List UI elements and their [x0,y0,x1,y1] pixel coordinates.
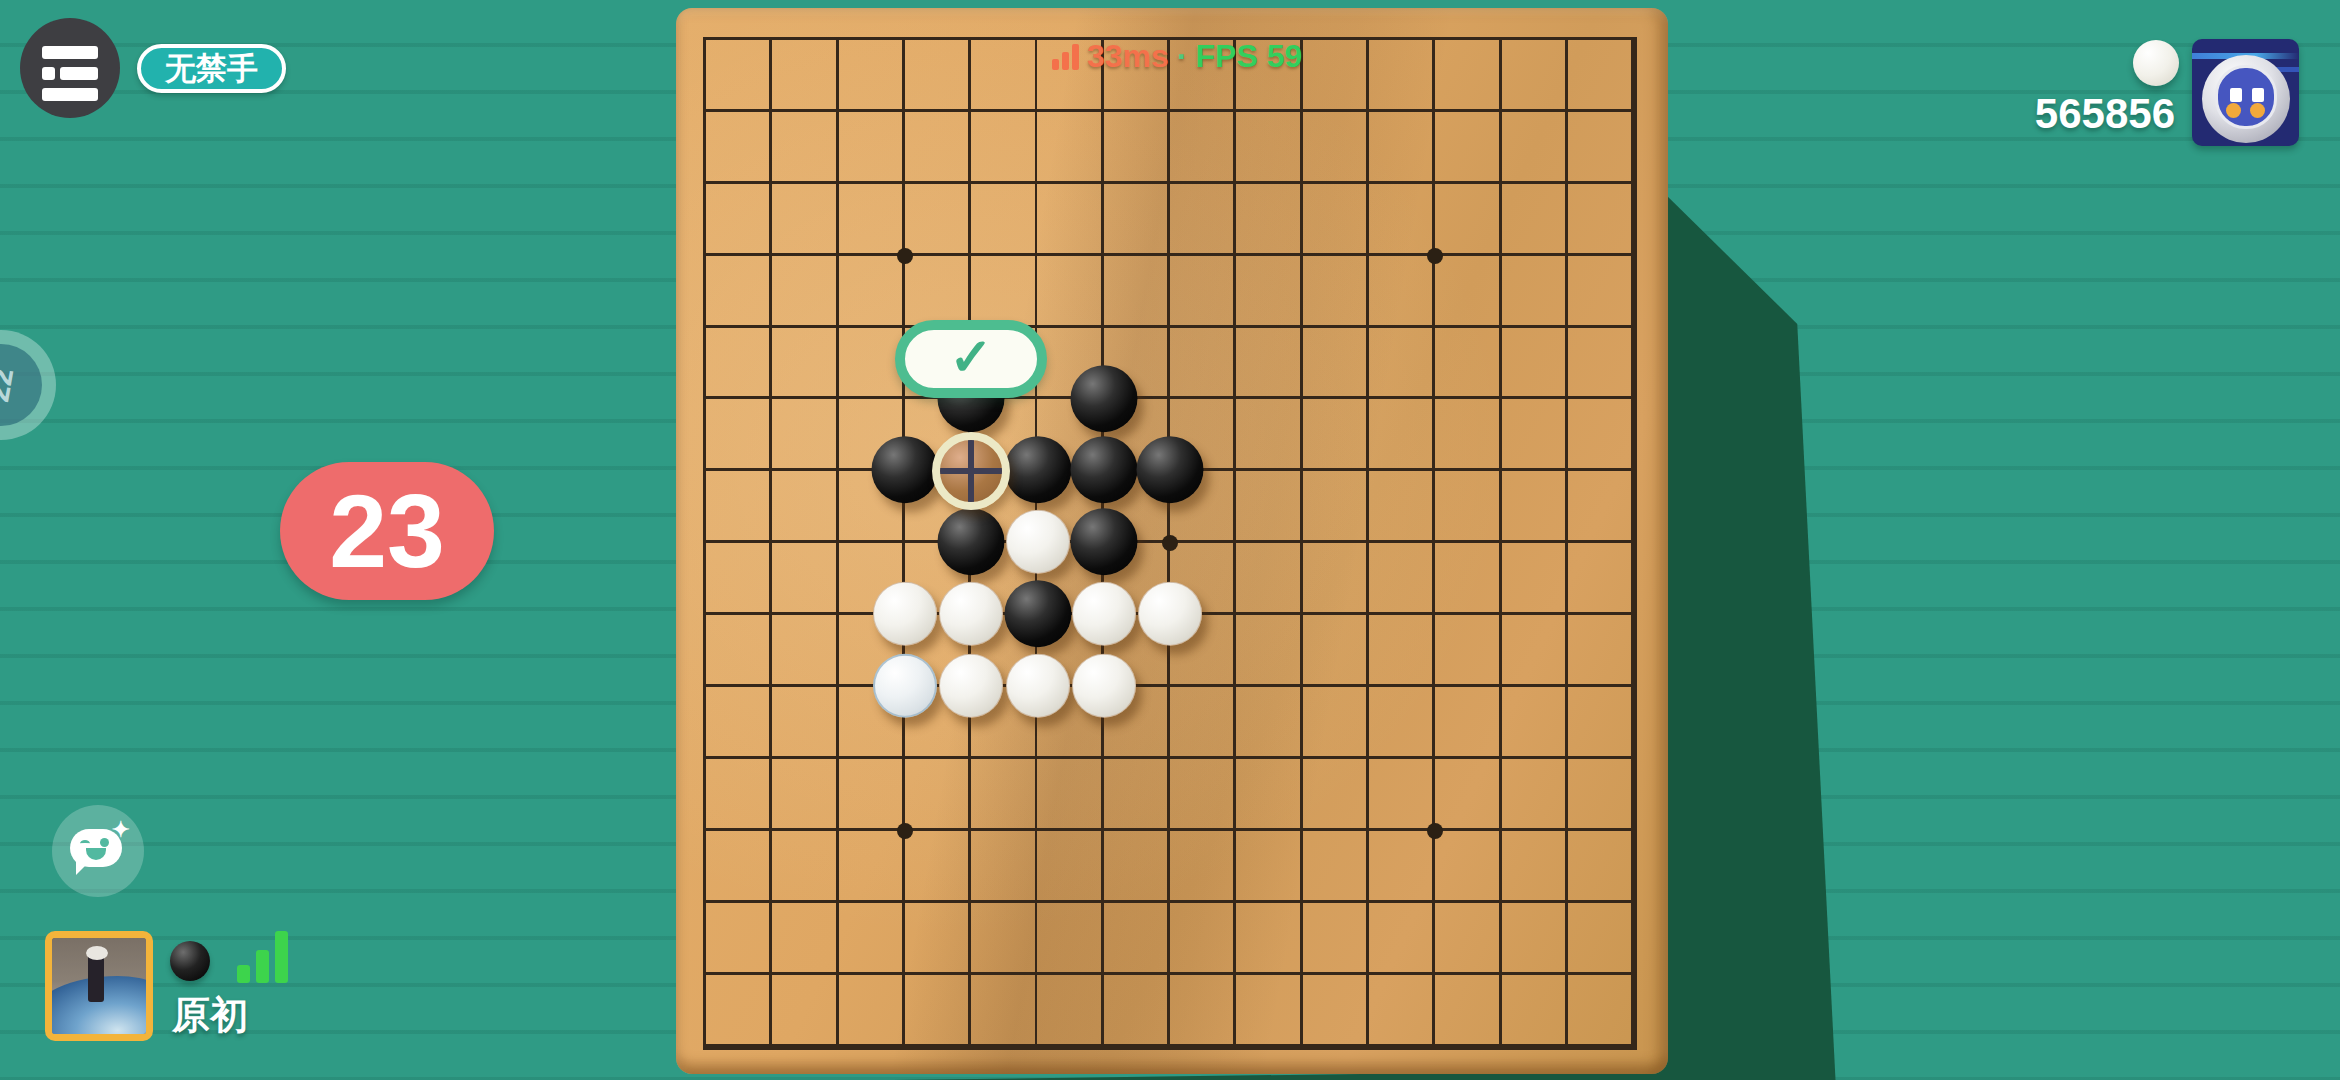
move-timer-pill: 23 [280,462,494,600]
star-point [897,823,913,839]
stone-black [1004,580,1071,647]
menu-button[interactable] [20,18,120,118]
opponent-stone-indicator [2133,40,2179,86]
stone-white [873,654,937,718]
rule-badge-label: 无禁手 [165,48,258,90]
stone-black [871,437,938,504]
player-name: 原初 [172,990,248,1041]
opponent-score: 565856 [2030,90,2175,138]
stone-white [1072,654,1136,718]
latency-value: 33ms [1087,38,1169,75]
hamburger-icon [42,46,98,59]
stone-black [1004,437,1071,504]
checkmark-icon: ✓ [949,331,993,383]
player-signal-bars-icon [237,931,293,983]
chat-emote-button[interactable]: ✦ [52,805,144,897]
move-timer-value: 23 [329,472,445,591]
stone-black [938,508,1005,575]
network-status: 33ms · FPS 59 [1052,38,1302,75]
opponent-avatar[interactable] [2192,39,2299,146]
stone-black [1070,508,1137,575]
board-cast-shadow [1660,0,1885,1080]
stone-white [939,654,1003,718]
robot-face [2215,65,2277,129]
game-screen: 33ms · FPS 59 ✓ 无禁手 565856 23 22 [0,0,2340,1080]
stone-white [1138,582,1202,646]
player-stone-indicator [170,941,210,981]
stone-black [1070,437,1137,504]
stone-white [1006,654,1070,718]
stone-white [939,582,1003,646]
stone-white [1006,510,1070,574]
star-point [1162,535,1178,551]
sparkle-icon: ✦ [112,817,130,843]
confirm-move-button[interactable]: ✓ [895,320,1047,398]
separator-dot: · [1177,38,1188,75]
side-timer-circle: 22 [0,330,56,440]
side-timer-value: 22 [0,366,21,405]
fps-value: FPS 59 [1196,38,1303,75]
star-point [1427,823,1443,839]
star-point [1427,248,1443,264]
stone-black [1137,437,1204,504]
star-point [897,248,913,264]
pending-move-ring[interactable] [932,432,1010,510]
rule-badge: 无禁手 [137,44,286,93]
magnifier-crosshair [940,468,1002,474]
player-avatar[interactable] [45,931,153,1041]
stone-black [1070,365,1137,432]
stone-white [873,582,937,646]
stone-white [1072,582,1136,646]
signal-bars-icon [1052,44,1079,70]
